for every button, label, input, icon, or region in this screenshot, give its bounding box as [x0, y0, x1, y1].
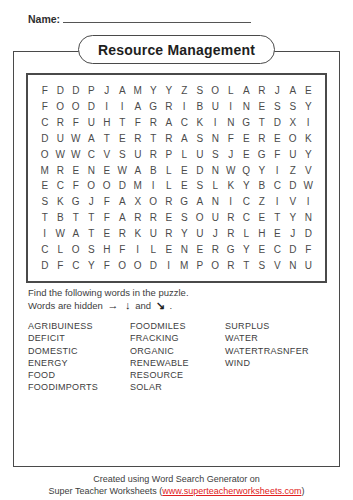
grid-cell: W	[68, 130, 84, 146]
grid-cell: R	[161, 194, 177, 210]
arrow-diagonal-icon: ↘	[156, 299, 165, 311]
word-item: DOMESTIC	[28, 345, 130, 357]
grid-cell: T	[68, 210, 84, 226]
grid-cell: L	[239, 225, 255, 241]
word-item: FOOD	[28, 369, 130, 381]
grid-cell: F	[99, 257, 115, 273]
grid-cell: A	[115, 210, 131, 226]
word-item: RESOURCE	[130, 369, 225, 381]
footer-link[interactable]: www.superteacherworksheets.com	[162, 486, 301, 496]
grid-cell: V	[285, 194, 301, 210]
word-item: ORGANIC	[130, 345, 225, 357]
grid-cell: S	[270, 99, 286, 115]
grid-cell: N	[223, 115, 239, 131]
grid-cell: U	[192, 146, 208, 162]
grid-cell: L	[161, 178, 177, 194]
grid-cell: T	[270, 210, 286, 226]
grid-cell: B	[146, 162, 162, 178]
word-item: WATERTRASNFER	[225, 345, 333, 357]
grid-cell: A	[130, 99, 146, 115]
grid-cell: R	[223, 210, 239, 226]
grid-cell: F	[130, 115, 146, 131]
grid-cell: U	[208, 99, 224, 115]
grid-cell: I	[208, 115, 224, 131]
grid-cell: D	[37, 257, 53, 273]
grid-cell: N	[208, 130, 224, 146]
grid-cell: F	[37, 83, 53, 99]
grid-cell: O	[68, 241, 84, 257]
instructions: Find the following words in the puzzle. …	[28, 286, 189, 312]
grid-cell: C	[84, 146, 100, 162]
grid-cell: T	[146, 130, 162, 146]
grid-cell: W	[223, 162, 239, 178]
grid-cell: R	[161, 99, 177, 115]
grid-cell: E	[270, 130, 286, 146]
grid-cell: C	[68, 257, 84, 273]
grid-cell: D	[68, 83, 84, 99]
grid-cell: I	[161, 257, 177, 273]
grid-cell: I	[223, 99, 239, 115]
footer-line-2-suffix: )	[301, 486, 304, 496]
grid-cell: T	[99, 130, 115, 146]
grid-cell: V	[270, 257, 286, 273]
grid-cell: F	[301, 241, 317, 257]
instructions-line-1: Find the following words in the puzzle.	[28, 286, 189, 299]
grid-cell: E	[99, 162, 115, 178]
grid-cell: H	[99, 115, 115, 131]
grid-cell: Y	[254, 162, 270, 178]
grid-cell: I	[130, 241, 146, 257]
grid-cell: R	[223, 225, 239, 241]
instructions-line-2-prefix: Words are hidden	[28, 300, 103, 311]
grid-cell: J	[84, 194, 100, 210]
grid-cell: R	[208, 241, 224, 257]
word-search-grid: FDDPJAMYYZSOLARJAEFOODIIAGRIBUINESSYCRFU…	[26, 73, 327, 283]
grid-cell: O	[192, 210, 208, 226]
name-row: Name:	[28, 13, 251, 25]
grid-cell: E	[239, 146, 255, 162]
grid-cell: R	[223, 257, 239, 273]
grid-cell: F	[68, 115, 84, 131]
grid-cell: R	[146, 210, 162, 226]
grid-cell: E	[161, 241, 177, 257]
grid-cell: G	[146, 99, 162, 115]
grid-cell: F	[115, 241, 131, 257]
grid-cell: K	[301, 130, 317, 146]
word-list-column: SURPLUSWATERWATERTRASNFERWIND	[225, 320, 333, 394]
grid-cell: N	[301, 210, 317, 226]
word-item: FRACKING	[130, 332, 225, 344]
grid-cell: Y	[161, 83, 177, 99]
grid-cell: I	[146, 178, 162, 194]
grid-cell: N	[177, 241, 193, 257]
grid-cell: J	[285, 225, 301, 241]
grid-cell: B	[53, 210, 69, 226]
grid-cell: L	[161, 162, 177, 178]
grid-cell: F	[270, 146, 286, 162]
grid-cell: R	[53, 162, 69, 178]
grid-cell: Y	[301, 99, 317, 115]
grid-cell: G	[223, 241, 239, 257]
grid-cell: K	[130, 225, 146, 241]
grid-cell: C	[239, 194, 255, 210]
grid-cell: T	[84, 225, 100, 241]
grid-cell: I	[223, 194, 239, 210]
grid-cell: E	[177, 162, 193, 178]
footer-line-2: Super Teacher Worksheets (www.superteach…	[0, 485, 353, 497]
grid-cell: O	[146, 194, 162, 210]
grid-cell: I	[270, 194, 286, 210]
word-item: SOLAR	[130, 381, 225, 393]
grid-cell: Y	[177, 225, 193, 241]
grid-cell: I	[301, 194, 317, 210]
grid-cell: A	[68, 225, 84, 241]
footer-line-2-prefix: Super Teacher Worksheets (	[49, 486, 163, 496]
grid-cell: U	[285, 146, 301, 162]
grid-cell: E	[68, 162, 84, 178]
grid-cell: P	[84, 83, 100, 99]
grid-cell: S	[254, 257, 270, 273]
grid-cell: V	[99, 146, 115, 162]
word-list-column: FOODMILESFRACKINGORGANICRENEWABLERESOURC…	[130, 320, 225, 394]
grid-cell: D	[270, 115, 286, 131]
grid-cell: K	[223, 178, 239, 194]
grid-cell: A	[130, 162, 146, 178]
instructions-conjunction: and	[135, 300, 151, 311]
grid-cell: S	[84, 241, 100, 257]
grid-cell: O	[115, 257, 131, 273]
grid-cell: A	[239, 83, 255, 99]
grid-cell: H	[99, 241, 115, 257]
grid-cell: A	[285, 83, 301, 99]
grid-cell: E	[192, 241, 208, 257]
grid-cell: F	[68, 178, 84, 194]
grid-cell: E	[254, 99, 270, 115]
grid-cell: E	[115, 130, 131, 146]
grid-cell: M	[130, 178, 146, 194]
grid-cell: R	[130, 210, 146, 226]
grid-cell: U	[208, 210, 224, 226]
grid-cell: C	[177, 115, 193, 131]
grid-cell: M	[37, 162, 53, 178]
grid-cell: X	[130, 194, 146, 210]
grid-cell: D	[146, 257, 162, 273]
instructions-line-2: Words are hidden → ↓ and ↘ .	[28, 299, 189, 312]
grid-cell: J	[270, 83, 286, 99]
grid-cell: R	[161, 225, 177, 241]
grid-cell: J	[99, 83, 115, 99]
grid-cell: Y	[301, 146, 317, 162]
grid-cell: S	[285, 99, 301, 115]
grid-cell: A	[115, 83, 131, 99]
word-item: AGRIBUINESS	[28, 320, 130, 332]
grid-cell: O	[285, 130, 301, 146]
grid-cell: S	[208, 146, 224, 162]
grid-cell: K	[192, 115, 208, 131]
grid-cell: N	[84, 162, 100, 178]
grid-cell: Q	[239, 162, 255, 178]
arrow-right-icon: →	[107, 299, 118, 311]
grid-cell: L	[223, 83, 239, 99]
grid-cell: I	[270, 162, 286, 178]
grid-cell: N	[208, 194, 224, 210]
grid-cell: D	[37, 130, 53, 146]
grid-cell: M	[130, 83, 146, 99]
footer-line-1: Created using Word Search Generator on	[0, 473, 353, 485]
grid-cell: L	[177, 146, 193, 162]
word-list: AGRIBUINESSDEFICITDOMESTICENERGYFOODFOOD…	[28, 320, 333, 394]
grid-cell: J	[208, 225, 224, 241]
grid-cell: F	[223, 130, 239, 146]
grid-cell: E	[177, 178, 193, 194]
grid-cell: G	[254, 146, 270, 162]
grid-cell: B	[192, 99, 208, 115]
name-label: Name:	[28, 13, 60, 25]
grid-cell: Y	[239, 178, 255, 194]
grid-cell: S	[192, 130, 208, 146]
grid-cell: K	[53, 194, 69, 210]
grid-cell: M	[177, 257, 193, 273]
word-item: WATER	[225, 332, 333, 344]
word-item: DEFICIT	[28, 332, 130, 344]
instructions-period: .	[170, 300, 173, 311]
grid-cell: O	[208, 257, 224, 273]
word-item: RENEWABLE	[130, 357, 225, 369]
grid-cell: S	[177, 210, 193, 226]
grid-cell: E	[239, 130, 255, 146]
grid-cell: Y	[285, 210, 301, 226]
grid-cell: D	[53, 83, 69, 99]
grid-cell: A	[161, 115, 177, 131]
grid-cell: P	[161, 146, 177, 162]
grid-cell: I	[99, 99, 115, 115]
grid-cell: D	[84, 99, 100, 115]
grid-cell: E	[37, 178, 53, 194]
grid-cell: I	[37, 225, 53, 241]
grid-cell: C	[270, 178, 286, 194]
page-title: Resource Management	[98, 42, 255, 58]
grid-cell: R	[115, 225, 131, 241]
grid-cell: L	[53, 241, 69, 257]
grid-cell: R	[53, 115, 69, 131]
grid-cell: T	[37, 210, 53, 226]
grid-cell: Z	[177, 83, 193, 99]
grid-cell: W	[53, 146, 69, 162]
grid-cell: W	[115, 162, 131, 178]
grid-cell: U	[130, 146, 146, 162]
grid-cell: T	[254, 115, 270, 131]
grid-cell: U	[146, 225, 162, 241]
grid-cell: T	[84, 210, 100, 226]
grid-cell: N	[208, 162, 224, 178]
grid-cell: N	[239, 99, 255, 115]
grid-cell: D	[301, 225, 317, 241]
grid-cell: O	[84, 178, 100, 194]
grid-cell: E	[301, 83, 317, 99]
grid-cell: R	[146, 115, 162, 131]
grid-cell: X	[285, 115, 301, 131]
grid-cell: Y	[146, 83, 162, 99]
grid-cell: B	[254, 178, 270, 194]
grid-cell: F	[53, 257, 69, 273]
word-item: FOODMILES	[130, 320, 225, 332]
word-item: FOODIMPORTS	[28, 381, 130, 393]
grid-cell: W	[301, 178, 317, 194]
grid-cell: R	[254, 130, 270, 146]
grid-cell: E	[99, 225, 115, 241]
grid-cell: J	[223, 146, 239, 162]
grid-cell: U	[84, 115, 100, 131]
footer: Created using Word Search Generator on S…	[0, 473, 353, 497]
grid-cell: N	[285, 257, 301, 273]
grid-cell: S	[37, 194, 53, 210]
grid-cell: L	[208, 178, 224, 194]
grid-cell: T	[239, 257, 255, 273]
grid-cell: U	[192, 225, 208, 241]
word-list-column: AGRIBUINESSDEFICITDOMESTICENERGYFOODFOOD…	[28, 320, 130, 394]
grid-cell: A	[84, 130, 100, 146]
grid-cell: G	[68, 194, 84, 210]
grid-cell: O	[53, 99, 69, 115]
grid-cell: R	[130, 130, 146, 146]
grid-cell: G	[177, 194, 193, 210]
grid-cell: R	[161, 130, 177, 146]
grid-cell: A	[177, 130, 193, 146]
grid-cell: D	[192, 162, 208, 178]
grid-cell: W	[68, 146, 84, 162]
grid-cell: D	[115, 178, 131, 194]
grid-cell: F	[37, 99, 53, 115]
name-fill-line[interactable]	[63, 13, 251, 23]
grid-cell: D	[285, 178, 301, 194]
grid-cell: V	[301, 162, 317, 178]
grid-cell: C	[37, 115, 53, 131]
grid-cell: E	[254, 241, 270, 257]
grid-cell: O	[37, 146, 53, 162]
grid-cell: C	[37, 241, 53, 257]
grid-cell: C	[53, 178, 69, 194]
grid-cell: H	[254, 225, 270, 241]
grid-cell: Y	[239, 241, 255, 257]
grid-cell: W	[53, 225, 69, 241]
grid-cell: I	[177, 99, 193, 115]
grid-cell: U	[301, 257, 317, 273]
grid-cell: R	[254, 83, 270, 99]
grid-cell: G	[239, 115, 255, 131]
grid-cell: A	[192, 194, 208, 210]
grid-cell: S	[192, 178, 208, 194]
title-pill: Resource Management	[78, 35, 275, 64]
grid-cell: Z	[254, 194, 270, 210]
grid-cell: R	[146, 146, 162, 162]
grid-cell: O	[99, 178, 115, 194]
grid-cell: E	[270, 225, 286, 241]
grid-cell: O	[68, 99, 84, 115]
grid-cell: S	[115, 146, 131, 162]
grid-cell: T	[115, 115, 131, 131]
grid-cell: O	[130, 257, 146, 273]
grid-cell: P	[192, 257, 208, 273]
grid-cell: D	[285, 241, 301, 257]
grid-cell: F	[99, 210, 115, 226]
grid-cell: I	[115, 99, 131, 115]
word-item: SURPLUS	[225, 320, 333, 332]
grid-cell: O	[208, 83, 224, 99]
grid-cell: C	[270, 241, 286, 257]
worksheet-page: Name: Resource Management FDDPJAMYYZSOLA…	[0, 0, 353, 500]
word-item: WIND	[225, 357, 333, 369]
grid-cell: S	[192, 83, 208, 99]
grid-cell: E	[161, 210, 177, 226]
grid-cell: U	[53, 130, 69, 146]
word-item: ENERGY	[28, 357, 130, 369]
arrow-down-icon: ↓	[125, 299, 131, 311]
grid-cell: Y	[84, 257, 100, 273]
grid-cell: E	[254, 210, 270, 226]
grid-cell: C	[239, 210, 255, 226]
grid-cell: F	[99, 194, 115, 210]
grid-cell: A	[115, 194, 131, 210]
grid-cell: Z	[285, 162, 301, 178]
grid-cell: L	[146, 241, 162, 257]
grid-cell: I	[301, 115, 317, 131]
